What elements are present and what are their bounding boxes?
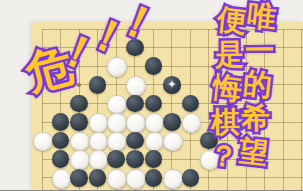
white-stone — [126, 169, 146, 189]
white-stone — [107, 113, 127, 133]
black-stone — [70, 95, 88, 113]
white-stone — [163, 169, 183, 189]
black-stone — [145, 150, 163, 168]
white-stone — [70, 132, 90, 152]
white-stone — [182, 113, 202, 133]
white-stone — [89, 113, 109, 133]
white-stone — [163, 132, 183, 152]
caption-character: 棋 — [211, 108, 240, 137]
black-stone — [145, 169, 163, 187]
caption-character: 望 — [237, 136, 269, 168]
grid-line — [301, 29, 302, 191]
black-stone — [145, 95, 163, 113]
grid-line — [171, 29, 172, 191]
caption-character: 便 — [216, 5, 248, 37]
white-stone — [33, 132, 53, 152]
black-stone — [126, 132, 144, 150]
white-stone — [126, 76, 146, 96]
white-stone — [145, 113, 165, 133]
white-stone — [107, 169, 127, 189]
black-stone — [89, 169, 107, 187]
white-stone — [89, 150, 109, 170]
black-stone — [70, 169, 88, 187]
app-screen: ✦ 危 唯一的希望 便是悔棋？ ！！！ — [0, 0, 303, 190]
white-stone — [126, 113, 146, 133]
grid-line — [283, 29, 284, 191]
caption-character: 悔 — [211, 72, 243, 104]
white-stone — [145, 132, 165, 152]
black-stone: ✦ — [163, 76, 181, 94]
white-stone — [89, 132, 109, 152]
white-stone — [107, 95, 127, 115]
white-stone — [70, 150, 90, 170]
black-stone — [107, 150, 125, 168]
black-stone — [52, 132, 70, 150]
caption-character: 的 — [241, 68, 273, 100]
white-stone — [52, 169, 72, 189]
black-stone — [52, 150, 70, 168]
caption-character: 是 — [215, 40, 244, 69]
caption-character: 一 — [245, 36, 274, 65]
white-stone — [107, 132, 127, 152]
black-stone — [70, 113, 88, 131]
star-point — [77, 83, 81, 87]
black-stone — [145, 57, 163, 75]
caption-character: 希 — [241, 104, 270, 133]
black-stone — [182, 169, 200, 187]
black-stone — [182, 95, 200, 113]
last-move-marker-icon: ✦ — [163, 76, 181, 94]
black-stone — [126, 150, 144, 168]
caption-character: 唯 — [246, 1, 278, 33]
black-stone — [52, 113, 70, 131]
black-stone — [163, 113, 181, 131]
caption-character: ？ — [207, 140, 239, 172]
black-stone — [126, 95, 144, 113]
black-stone — [89, 76, 107, 94]
